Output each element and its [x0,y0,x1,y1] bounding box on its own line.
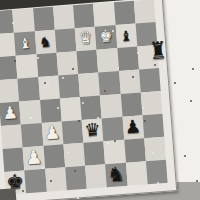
square-e3[interactable]: ♛ [82,118,104,142]
square-g3[interactable]: ♟ [122,115,144,139]
piece-black-knight-c7[interactable]: ♞ [39,35,53,50]
square-a4[interactable]: ♟ [0,102,21,126]
piece-black-knight-f1[interactable]: ♞ [107,164,126,185]
square-f3[interactable] [102,117,124,141]
film-grain-dark [14,60,16,62]
film-grain-light [12,22,14,24]
square-b8[interactable] [12,8,34,32]
square-b6[interactable] [16,54,38,78]
square-g8[interactable] [113,1,135,25]
square-d3[interactable] [61,120,83,144]
square-g5[interactable] [119,70,141,94]
board-grid: ♝♞♛♚♝♟♟♛♟♟♚♞ [0,0,168,195]
square-b1[interactable] [25,169,47,193]
square-a3[interactable] [1,124,23,148]
square-a5[interactable] [0,79,19,103]
square-g4[interactable] [120,92,142,116]
square-h8[interactable] [134,0,156,24]
chess-board: ≡≡ ♝♞♛♚♝♟♟♛♟♟♚♞ ♜ [0,0,177,200]
square-g6[interactable] [117,47,139,71]
square-b2[interactable]: ♟ [23,146,45,170]
piece-white-king-f7[interactable]: ♚ [99,27,113,45]
square-c7[interactable]: ♞ [34,30,56,54]
square-b4[interactable] [19,100,41,124]
square-e6[interactable] [76,50,98,74]
square-c1[interactable] [45,167,67,191]
square-a2[interactable] [3,147,25,171]
piece-black-pawn-g3[interactable]: ♟ [124,118,141,137]
square-e7[interactable]: ♛ [75,27,97,51]
square-h3[interactable] [142,114,164,138]
piece-white-queen-e7[interactable]: ♛ [79,29,93,47]
photo-scene: ≡≡ ♝♞♛♚♝♟♟♛♟♟♚♞ ♜ [0,0,200,200]
square-h5[interactable] [139,68,161,92]
piece-black-queen-e3[interactable]: ♛ [84,121,101,140]
square-f1[interactable]: ♞ [105,163,127,187]
table-shadow-corner [0,188,17,200]
square-h2[interactable] [144,137,166,161]
square-c6[interactable] [36,53,58,77]
square-g1[interactable] [125,161,147,185]
piece-white-bishop-b7[interactable]: ♝ [18,36,32,51]
square-d4[interactable] [60,97,82,121]
square-b3[interactable] [21,123,43,147]
square-g7[interactable]: ♝ [115,24,137,48]
square-f6[interactable] [97,48,119,72]
square-e5[interactable] [78,73,100,97]
square-d7[interactable] [55,28,77,52]
square-e8[interactable] [73,4,95,28]
square-d2[interactable] [63,143,85,167]
square-d5[interactable] [58,74,80,98]
square-c4[interactable] [40,99,62,123]
square-f2[interactable] [104,140,126,164]
square-c5[interactable] [38,76,60,100]
square-g2[interactable] [124,138,146,162]
square-b5[interactable] [18,77,40,101]
piece-white-pawn-a4[interactable]: ♟ [2,105,18,123]
piece-white-pawn-b2[interactable]: ♟ [25,148,43,168]
square-c2[interactable] [43,144,65,168]
square-c8[interactable] [33,7,55,31]
square-h1[interactable] [146,160,168,184]
square-f8[interactable] [93,2,115,26]
square-d1[interactable] [65,166,87,190]
square-f5[interactable] [98,71,120,95]
square-e1[interactable] [85,164,107,188]
square-e4[interactable] [80,95,102,119]
square-f7[interactable]: ♚ [95,25,117,49]
square-b7[interactable]: ♝ [14,31,36,55]
captured-black-rook-on-frame[interactable]: ♜ [149,38,168,63]
square-f4[interactable] [100,94,122,118]
piece-black-bishop-g7[interactable]: ♝ [119,29,133,44]
piece-white-pawn-c3[interactable]: ♟ [43,124,60,143]
square-e2[interactable] [83,141,105,165]
square-d6[interactable] [56,51,78,75]
square-c3[interactable]: ♟ [41,121,63,145]
square-h4[interactable] [141,91,163,115]
square-d8[interactable] [53,5,75,29]
